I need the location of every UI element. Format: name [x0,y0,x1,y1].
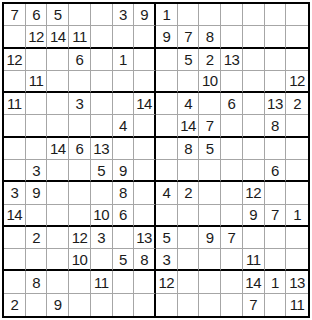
given-digit: 14 [7,207,23,222]
cell-r11c13[interactable] [265,227,287,249]
cell-r10c2[interactable] [26,205,48,227]
cell-r12c12[interactable]: 11 [243,249,265,271]
cell-r13c2[interactable]: 8 [26,271,48,293]
cell-r12c9[interactable] [178,249,200,271]
cell-r8c6[interactable]: 9 [113,160,135,182]
cell-r7c11[interactable] [221,138,243,160]
cell-r14c14[interactable]: 11 [286,294,308,316]
cell-r11c2[interactable]: 2 [26,227,48,249]
sudoku-page: 7653911214119781261521311101211314461324… [0,0,312,320]
cell-r3c7[interactable] [134,49,156,71]
cell-r9c3[interactable] [47,182,69,204]
cell-r6c7[interactable] [134,115,156,137]
cell-r10c13[interactable]: 7 [265,205,287,227]
given-digit: 12 [245,185,261,200]
cell-r4c14[interactable]: 12 [286,71,308,93]
cell-r2c7[interactable] [134,26,156,48]
cell-r3c13[interactable] [265,49,287,71]
given-digit: 4 [184,96,192,111]
given-digit: 14 [180,118,196,133]
cell-r3c2[interactable] [26,49,48,71]
cell-r1c4[interactable] [69,4,91,26]
given-digit: 5 [54,7,62,22]
cell-r5c1[interactable]: 11 [4,93,26,115]
sudoku-board: 7653911214119781261521311101211314461324… [2,2,310,318]
cell-r2c2[interactable]: 12 [26,26,48,48]
cell-r13c10[interactable] [199,271,221,293]
cell-r14c12[interactable]: 7 [243,294,265,316]
given-digit: 1 [271,275,279,290]
cell-r8c1[interactable] [4,160,26,182]
given-digit: 2 [293,96,301,111]
cell-r12c2[interactable] [26,249,48,271]
cell-r13c6[interactable] [113,271,135,293]
cell-r1c10[interactable] [199,4,221,26]
cell-r14c4[interactable] [69,294,91,316]
cell-r3c9[interactable]: 5 [178,49,200,71]
cell-r13c14[interactable]: 13 [286,271,308,293]
cell-r8c9[interactable] [178,160,200,182]
given-digit: 10 [93,207,109,222]
given-digit: 7 [271,207,279,222]
cell-r10c11[interactable] [221,205,243,227]
cell-r13c12[interactable]: 14 [243,271,265,293]
cell-r8c7[interactable] [134,160,156,182]
cell-r2c13[interactable] [265,26,287,48]
cell-r6c13[interactable]: 8 [265,115,287,137]
given-digit: 9 [119,163,127,178]
cell-r2c14[interactable] [286,26,308,48]
given-digit: 12 [72,230,88,245]
cell-r4c6[interactable] [113,71,135,93]
cell-r13c11[interactable] [221,271,243,293]
cell-r5c5[interactable] [91,93,113,115]
cell-r4c10[interactable]: 10 [199,71,221,93]
cell-r6c6[interactable]: 4 [113,115,135,137]
cell-r7c8[interactable] [156,138,178,160]
cell-r1c9[interactable] [178,4,200,26]
given-digit: 5 [97,163,105,178]
cell-r12c7[interactable]: 8 [134,249,156,271]
given-digit: 2 [206,52,214,67]
given-digit: 2 [32,230,40,245]
given-digit: 13 [267,96,283,111]
cell-r12c3[interactable] [47,249,69,271]
cell-r2c8[interactable]: 9 [156,26,178,48]
cell-r11c11[interactable]: 7 [221,227,243,249]
cell-r12c5[interactable] [91,249,113,271]
cell-r14c5[interactable] [91,294,113,316]
cell-r14c7[interactable] [134,294,156,316]
cell-r7c9[interactable]: 8 [178,138,200,160]
cell-r10c9[interactable] [178,205,200,227]
cell-r13c3[interactable] [47,271,69,293]
cell-r5c12[interactable] [243,93,265,115]
cell-r2c10[interactable]: 8 [199,26,221,48]
cell-r14c11[interactable] [221,294,243,316]
cell-r7c1[interactable] [4,138,26,160]
given-digit: 1 [293,207,301,222]
given-digit: 11 [7,96,22,111]
cell-r3c10[interactable]: 2 [199,49,221,71]
cell-r3c8[interactable] [156,49,178,71]
cell-r7c5[interactable]: 13 [91,138,113,160]
given-digit: 10 [72,252,88,267]
given-digit: 7 [10,7,18,22]
given-digit: 12 [159,275,175,290]
cell-r4c1[interactable] [4,71,26,93]
given-digit: 3 [32,163,40,178]
cell-r2c6[interactable] [113,26,135,48]
cell-r8c8[interactable] [156,160,178,182]
cell-r9c2[interactable]: 9 [26,182,48,204]
cell-r2c1[interactable] [4,26,26,48]
cell-r11c3[interactable] [47,227,69,249]
given-digit: 8 [140,252,148,267]
cell-r1c2[interactable]: 6 [26,4,48,26]
given-digit: 6 [119,207,127,222]
given-digit: 11 [290,297,305,312]
given-digit: 8 [184,141,192,156]
cell-r5c8[interactable] [156,93,178,115]
given-digit: 13 [289,275,305,290]
cell-r8c11[interactable] [221,160,243,182]
cell-r3c1[interactable]: 12 [4,49,26,71]
cell-r11c12[interactable] [243,227,265,249]
given-digit: 1 [162,7,170,22]
cell-r7c13[interactable] [265,138,287,160]
cell-r6c3[interactable] [47,115,69,137]
cell-r6c2[interactable] [26,115,48,137]
given-digit: 14 [50,141,66,156]
cell-r7c6[interactable] [113,138,135,160]
cell-r6c1[interactable] [4,115,26,137]
cell-r6c5[interactable] [91,115,113,137]
given-digit: 9 [162,29,170,44]
given-digit: 9 [206,230,214,245]
cell-r5c6[interactable] [113,93,135,115]
given-digit: 7 [206,118,214,133]
cell-r6c4[interactable] [69,115,91,137]
cell-r6c11[interactable] [221,115,243,137]
cell-r11c1[interactable] [4,227,26,249]
given-digit: 3 [162,252,170,267]
cell-r14c1[interactable]: 2 [4,294,26,316]
cell-r12c8[interactable]: 3 [156,249,178,271]
given-digit: 5 [119,252,127,267]
cell-r13c13[interactable]: 1 [265,271,287,293]
cell-r13c7[interactable] [134,271,156,293]
cell-r1c6[interactable]: 3 [113,4,135,26]
cell-r5c2[interactable] [26,93,48,115]
given-digit: 3 [119,7,127,22]
cell-r10c6[interactable]: 6 [113,205,135,227]
given-digit: 6 [76,141,84,156]
cell-r4c5[interactable] [91,71,113,93]
given-digit: 3 [97,230,105,245]
given-digit: 12 [7,52,23,67]
given-digit: 11 [29,73,44,88]
cell-r5c3[interactable] [47,93,69,115]
given-digit: 8 [32,275,40,290]
cell-r10c5[interactable]: 10 [91,205,113,227]
cell-r11c10[interactable]: 9 [199,227,221,249]
cell-r13c1[interactable] [4,271,26,293]
cell-r14c2[interactable] [26,294,48,316]
given-digit: 9 [140,7,148,22]
cell-r6c12[interactable] [243,115,265,137]
given-digit: 6 [228,96,236,111]
cell-r9c11[interactable] [221,182,243,204]
cell-r8c3[interactable] [47,160,69,182]
cell-r12c1[interactable] [4,249,26,271]
given-digit: 13 [93,141,109,156]
cell-r1c5[interactable] [91,4,113,26]
cell-r9c6[interactable]: 8 [113,182,135,204]
cell-r12c14[interactable] [286,249,308,271]
cell-r4c2[interactable]: 11 [26,71,48,93]
cell-r12c10[interactable] [199,249,221,271]
cell-r1c13[interactable] [265,4,287,26]
given-digit: 8 [271,118,279,133]
cell-r13c8[interactable]: 12 [156,271,178,293]
cell-r13c5[interactable]: 11 [91,271,113,293]
cell-r9c14[interactable] [286,182,308,204]
given-digit: 7 [249,297,257,312]
cell-r5c4[interactable]: 3 [69,93,91,115]
cell-r13c9[interactable] [178,271,200,293]
cell-r9c8[interactable]: 4 [156,182,178,204]
given-digit: 5 [184,52,192,67]
cell-r14c9[interactable] [178,294,200,316]
cell-r7c2[interactable] [26,138,48,160]
cell-r4c3[interactable] [47,71,69,93]
cell-r4c13[interactable] [265,71,287,93]
cell-r11c9[interactable] [178,227,200,249]
cell-r13c4[interactable] [69,271,91,293]
cell-r5c10[interactable] [199,93,221,115]
cell-r4c7[interactable] [134,71,156,93]
cell-r8c14[interactable] [286,160,308,182]
cell-r4c4[interactable] [69,71,91,93]
cell-r8c13[interactable]: 6 [265,160,287,182]
cell-r9c9[interactable]: 2 [178,182,200,204]
given-digit: 3 [10,185,18,200]
cell-r3c3[interactable] [47,49,69,71]
cell-r10c14[interactable]: 1 [286,205,308,227]
cell-r2c9[interactable]: 7 [178,26,200,48]
cell-r6c8[interactable] [156,115,178,137]
given-digit: 10 [202,73,218,88]
cell-r11c8[interactable]: 5 [156,227,178,249]
cell-r10c1[interactable]: 14 [4,205,26,227]
cell-r3c4[interactable]: 6 [69,49,91,71]
cell-r1c1[interactable]: 7 [4,4,26,26]
cell-r2c11[interactable] [221,26,243,48]
given-digit: 2 [10,297,18,312]
given-digit: 4 [162,185,170,200]
given-digit: 7 [184,29,192,44]
given-digit: 6 [271,163,279,178]
cell-r7c4[interactable]: 6 [69,138,91,160]
cell-r11c4[interactable]: 12 [69,227,91,249]
cell-r8c12[interactable] [243,160,265,182]
cell-r14c10[interactable] [199,294,221,316]
cell-r9c13[interactable] [265,182,287,204]
cell-r8c10[interactable] [199,160,221,182]
cell-r9c1[interactable]: 3 [4,182,26,204]
given-digit: 4 [119,118,127,133]
cell-r9c12[interactable]: 12 [243,182,265,204]
cell-r2c5[interactable] [91,26,113,48]
cell-r14c3[interactable]: 9 [47,294,69,316]
cell-r3c11[interactable]: 13 [221,49,243,71]
cell-r8c5[interactable]: 5 [91,160,113,182]
given-digit: 2 [184,185,192,200]
cell-r3c14[interactable] [286,49,308,71]
given-digit: 14 [245,275,261,290]
cell-r7c12[interactable] [243,138,265,160]
cell-r6c10[interactable]: 7 [199,115,221,137]
cell-r3c6[interactable]: 1 [113,49,135,71]
given-digit: 11 [246,252,261,267]
cell-r6c9[interactable]: 14 [178,115,200,137]
cell-r1c12[interactable] [243,4,265,26]
cell-r11c5[interactable]: 3 [91,227,113,249]
given-digit: 11 [94,275,109,290]
cell-r9c7[interactable] [134,182,156,204]
cell-r1c11[interactable] [221,4,243,26]
given-digit: 12 [28,29,44,44]
cell-r7c14[interactable] [286,138,308,160]
given-digit: 3 [76,96,84,111]
cell-r5c9[interactable]: 4 [178,93,200,115]
cell-r5c11[interactable]: 6 [221,93,243,115]
cell-r2c12[interactable] [243,26,265,48]
cell-r5c14[interactable]: 2 [286,93,308,115]
cell-r10c4[interactable] [69,205,91,227]
cell-r10c3[interactable] [47,205,69,227]
cell-r4c8[interactable] [156,71,178,93]
cell-r1c3[interactable]: 5 [47,4,69,26]
cell-r5c13[interactable]: 13 [265,93,287,115]
cell-r5c7[interactable]: 14 [134,93,156,115]
cell-r8c2[interactable]: 3 [26,160,48,182]
cell-r1c8[interactable]: 1 [156,4,178,26]
cell-r9c10[interactable] [199,182,221,204]
cell-r10c7[interactable] [134,205,156,227]
cell-r6c14[interactable] [286,115,308,137]
given-digit: 6 [76,52,84,67]
cell-r11c14[interactable] [286,227,308,249]
given-digit: 6 [32,7,40,22]
given-digit: 7 [228,230,236,245]
cell-r4c9[interactable] [178,71,200,93]
cell-r1c14[interactable] [286,4,308,26]
cell-r8c4[interactable] [69,160,91,182]
given-digit: 8 [119,185,127,200]
cell-r12c11[interactable] [221,249,243,271]
given-digit: 5 [162,230,170,245]
cell-r7c7[interactable] [134,138,156,160]
cell-r4c11[interactable] [221,71,243,93]
cell-r12c4[interactable]: 10 [69,249,91,271]
cell-r2c4[interactable]: 11 [69,26,91,48]
cell-r12c6[interactable]: 5 [113,249,135,271]
cell-r11c7[interactable]: 13 [134,227,156,249]
given-digit: 9 [32,185,40,200]
cell-r14c6[interactable] [113,294,135,316]
given-digit: 5 [206,141,214,156]
given-digit: 9 [54,297,62,312]
cell-r9c4[interactable] [69,182,91,204]
cell-r1c7[interactable]: 9 [134,4,156,26]
cell-r12c13[interactable] [265,249,287,271]
cell-r4c12[interactable] [243,71,265,93]
cell-r9c5[interactable] [91,182,113,204]
given-digit: 12 [289,73,305,88]
given-digit: 13 [224,52,240,67]
cell-r10c8[interactable] [156,205,178,227]
cell-r3c12[interactable] [243,49,265,71]
cell-r10c10[interactable] [199,205,221,227]
given-digit: 9 [249,207,257,222]
given-digit: 11 [72,29,87,44]
cell-r10c12[interactable]: 9 [243,205,265,227]
given-digit: 8 [206,29,214,44]
cell-r3c5[interactable] [91,49,113,71]
given-digit: 14 [136,96,152,111]
cell-r14c8[interactable] [156,294,178,316]
cell-r7c10[interactable]: 5 [199,138,221,160]
cell-r2c3[interactable]: 14 [47,26,69,48]
given-digit: 14 [50,29,66,44]
cell-r14c13[interactable] [265,294,287,316]
cell-r11c6[interactable] [113,227,135,249]
cell-r7c3[interactable]: 14 [47,138,69,160]
given-digit: 13 [136,230,152,245]
given-digit: 1 [119,52,127,67]
